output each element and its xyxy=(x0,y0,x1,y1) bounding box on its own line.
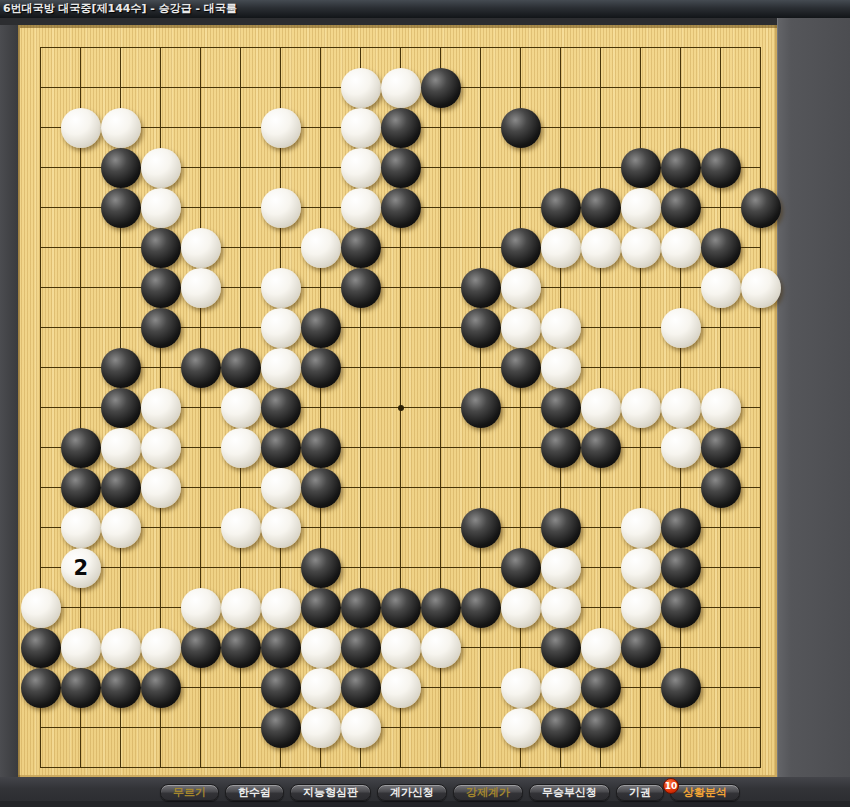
black-stone xyxy=(581,428,621,468)
black-stone xyxy=(101,188,141,228)
go-client-window: 6번대국방 대국중[제144수] - 승강급 - 대국룰 2 무르기한수쉼지능형… xyxy=(0,0,850,807)
black-stone xyxy=(501,548,541,588)
notification-badge: 10 xyxy=(663,778,679,794)
black-stone xyxy=(101,668,141,708)
white-stone xyxy=(261,108,301,148)
black-stone xyxy=(261,388,301,428)
toolbar-button-지능형심판[interactable]: 지능형심판 xyxy=(290,784,371,801)
white-stone xyxy=(141,628,181,668)
white-stone xyxy=(261,188,301,228)
white-stone xyxy=(541,548,581,588)
game-action-toolbar: 무르기한수쉼지능형심판계가신청강제계가무승부신청기권상황분석10 xyxy=(160,784,740,801)
black-stone xyxy=(341,268,381,308)
black-stone xyxy=(621,628,661,668)
black-stone xyxy=(421,68,461,108)
white-stone xyxy=(341,188,381,228)
white-stone xyxy=(381,668,421,708)
white-stone xyxy=(741,268,781,308)
white-stone xyxy=(581,228,621,268)
black-stone xyxy=(701,228,741,268)
black-stone xyxy=(61,668,101,708)
toolbar-button-상황분석[interactable]: 상황분석10 xyxy=(670,784,740,801)
white-stone xyxy=(341,708,381,748)
white-stone xyxy=(701,388,741,428)
white-stone xyxy=(621,508,661,548)
white-stone xyxy=(581,388,621,428)
white-stone xyxy=(541,308,581,348)
white-stone xyxy=(181,228,221,268)
white-stone xyxy=(341,68,381,108)
white-stone xyxy=(301,668,341,708)
white-stone xyxy=(221,588,261,628)
black-stone xyxy=(341,228,381,268)
black-stone xyxy=(661,588,701,628)
black-stone xyxy=(381,588,421,628)
toolbar-button-무르기[interactable]: 무르기 xyxy=(160,784,219,801)
black-stone xyxy=(341,668,381,708)
grid-line-vertical xyxy=(520,47,521,768)
black-stone xyxy=(421,588,461,628)
black-stone xyxy=(101,348,141,388)
black-stone xyxy=(341,628,381,668)
white-stone xyxy=(621,188,661,228)
black-stone xyxy=(501,348,541,388)
white-stone xyxy=(261,268,301,308)
white-stone xyxy=(141,428,181,468)
black-stone xyxy=(301,348,341,388)
white-stone xyxy=(341,108,381,148)
black-stone xyxy=(61,468,101,508)
black-stone xyxy=(741,188,781,228)
go-board[interactable]: 2 xyxy=(18,25,777,777)
black-stone xyxy=(301,468,341,508)
frame-bottom-edge xyxy=(0,801,850,807)
white-stone xyxy=(61,508,101,548)
white-stone xyxy=(501,308,541,348)
black-stone xyxy=(541,628,581,668)
white-stone xyxy=(301,228,341,268)
white-stone xyxy=(101,428,141,468)
black-stone xyxy=(181,628,221,668)
black-stone xyxy=(461,268,501,308)
black-stone xyxy=(461,508,501,548)
toolbar-button-기권[interactable]: 기권 xyxy=(616,784,664,801)
window-title-bar: 6번대국방 대국중[제144수] - 승강급 - 대국룰 xyxy=(0,0,850,18)
black-stone xyxy=(221,628,261,668)
toolbar-button-무승부신청[interactable]: 무승부신청 xyxy=(529,784,610,801)
black-stone xyxy=(661,508,701,548)
white-stone xyxy=(301,628,341,668)
toolbar-button-계가신청[interactable]: 계가신청 xyxy=(377,784,447,801)
black-stone xyxy=(501,228,541,268)
black-stone xyxy=(21,668,61,708)
black-stone xyxy=(381,188,421,228)
white-stone xyxy=(581,628,621,668)
white-stone xyxy=(541,348,581,388)
black-stone xyxy=(221,348,261,388)
black-stone xyxy=(541,508,581,548)
white-stone xyxy=(141,468,181,508)
white-stone xyxy=(141,388,181,428)
white-stone xyxy=(541,228,581,268)
frame-top xyxy=(0,18,850,25)
move-number-label: 2 xyxy=(61,548,101,588)
black-stone xyxy=(381,148,421,188)
white-stone xyxy=(101,108,141,148)
white-stone xyxy=(101,508,141,548)
white-stone xyxy=(621,228,661,268)
black-stone xyxy=(621,148,661,188)
black-stone xyxy=(21,628,61,668)
white-stone xyxy=(661,228,701,268)
white-stone xyxy=(61,628,101,668)
white-stone xyxy=(381,628,421,668)
black-stone xyxy=(341,588,381,628)
white-stone xyxy=(261,588,301,628)
white-stone xyxy=(541,668,581,708)
black-stone xyxy=(701,428,741,468)
black-stone xyxy=(261,668,301,708)
white-stone xyxy=(181,588,221,628)
black-stone xyxy=(141,268,181,308)
black-stone xyxy=(461,388,501,428)
white-stone xyxy=(181,268,221,308)
white-stone xyxy=(501,708,541,748)
white-stone: 2 xyxy=(61,548,101,588)
white-stone xyxy=(261,508,301,548)
white-stone xyxy=(381,68,421,108)
black-stone xyxy=(581,188,621,228)
white-stone xyxy=(301,708,341,748)
grid-line-horizontal xyxy=(40,767,761,768)
black-stone xyxy=(301,588,341,628)
black-stone xyxy=(301,308,341,348)
white-stone xyxy=(621,548,661,588)
black-stone xyxy=(661,668,701,708)
toolbar-button-한수쉼[interactable]: 한수쉼 xyxy=(225,784,284,801)
black-stone xyxy=(261,628,301,668)
white-stone xyxy=(261,468,301,508)
black-stone xyxy=(461,588,501,628)
black-stone xyxy=(101,468,141,508)
black-stone xyxy=(661,188,701,228)
grid-line-vertical xyxy=(760,47,761,768)
star-point xyxy=(398,405,404,411)
black-stone xyxy=(381,108,421,148)
white-stone xyxy=(661,308,701,348)
white-stone xyxy=(621,388,661,428)
black-stone xyxy=(701,148,741,188)
white-stone xyxy=(501,668,541,708)
white-stone xyxy=(221,388,261,428)
white-stone xyxy=(541,588,581,628)
white-stone xyxy=(101,628,141,668)
white-stone xyxy=(621,588,661,628)
frame-right-panel xyxy=(777,18,850,777)
white-stone xyxy=(501,588,541,628)
black-stone xyxy=(261,708,301,748)
black-stone xyxy=(541,388,581,428)
black-stone xyxy=(661,148,701,188)
black-stone xyxy=(541,428,581,468)
black-stone xyxy=(701,468,741,508)
black-stone xyxy=(581,708,621,748)
black-stone xyxy=(181,348,221,388)
black-stone xyxy=(61,428,101,468)
white-stone xyxy=(661,388,701,428)
black-stone xyxy=(541,708,581,748)
black-stone xyxy=(301,548,341,588)
white-stone xyxy=(261,348,301,388)
black-stone xyxy=(141,668,181,708)
white-stone xyxy=(21,588,61,628)
frame-left xyxy=(0,18,18,777)
toolbar-button-강제계가[interactable]: 강제계가 xyxy=(453,784,523,801)
black-stone xyxy=(101,388,141,428)
black-stone xyxy=(141,228,181,268)
black-stone xyxy=(141,308,181,348)
black-stone xyxy=(581,668,621,708)
window-title: 6번대국방 대국중[제144수] - 승강급 - 대국룰 xyxy=(3,2,237,15)
white-stone xyxy=(141,148,181,188)
white-stone xyxy=(421,628,461,668)
white-stone xyxy=(221,508,261,548)
white-stone xyxy=(61,108,101,148)
white-stone xyxy=(501,268,541,308)
white-stone xyxy=(261,308,301,348)
black-stone xyxy=(661,548,701,588)
white-stone xyxy=(341,148,381,188)
white-stone xyxy=(701,268,741,308)
black-stone xyxy=(501,108,541,148)
white-stone xyxy=(141,188,181,228)
black-stone xyxy=(461,308,501,348)
black-stone xyxy=(261,428,301,468)
white-stone xyxy=(661,428,701,468)
black-stone xyxy=(101,148,141,188)
black-stone xyxy=(301,428,341,468)
white-stone xyxy=(221,428,261,468)
grid-line-horizontal xyxy=(40,727,761,728)
black-stone xyxy=(541,188,581,228)
